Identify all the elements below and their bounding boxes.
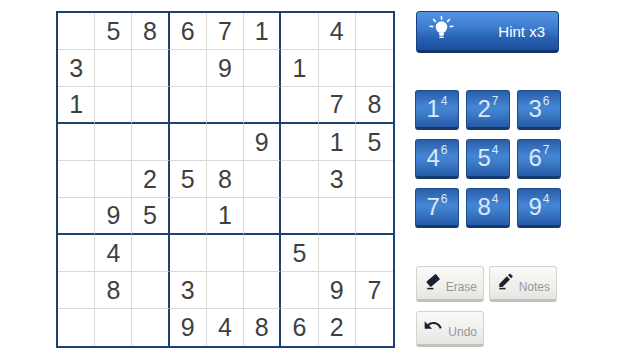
cell-r1c8[interactable]: 4 — [319, 13, 356, 50]
erase-button[interactable]: Erase — [416, 266, 484, 302]
number-pad: 14 27 36 46 54 67 76 84 94 — [415, 90, 561, 228]
numpad-button-1[interactable]: 14 — [415, 90, 459, 130]
cell-r5c3[interactable]: 2 — [132, 161, 169, 198]
cell-r8c2[interactable]: 8 — [95, 272, 132, 309]
cell-r4c8[interactable]: 1 — [319, 124, 356, 161]
numpad-digit: 8 — [477, 195, 490, 219]
cell-r4c4[interactable] — [170, 124, 207, 161]
cell-r9c6[interactable]: 8 — [244, 309, 281, 346]
cell-r5c2[interactable] — [95, 161, 132, 198]
numpad-button-9[interactable]: 94 — [517, 188, 561, 228]
cell-r3c4[interactable] — [170, 87, 207, 124]
pencil-icon — [496, 272, 516, 295]
cell-r2c3[interactable] — [132, 50, 169, 87]
numpad-button-5[interactable]: 54 — [466, 139, 510, 179]
cell-r1c6[interactable]: 1 — [244, 13, 281, 50]
cell-r3c9[interactable]: 8 — [356, 87, 393, 124]
numpad-digit: 3 — [528, 97, 541, 121]
cell-r2c9[interactable] — [356, 50, 393, 87]
numpad-remaining-count: 4 — [492, 193, 499, 205]
cell-r4c2[interactable] — [95, 124, 132, 161]
cell-r5c5[interactable]: 8 — [207, 161, 244, 198]
numpad-digit: 5 — [477, 146, 490, 170]
cell-r6c6[interactable] — [244, 198, 281, 235]
cell-r7c4[interactable] — [170, 235, 207, 272]
cell-r7c9[interactable] — [356, 235, 393, 272]
eraser-icon — [423, 272, 443, 295]
cell-r9c2[interactable] — [95, 309, 132, 346]
cell-r1c3[interactable]: 8 — [132, 13, 169, 50]
cell-r7c8[interactable] — [319, 235, 356, 272]
cell-r2c8[interactable] — [319, 50, 356, 87]
cell-r6c5[interactable]: 1 — [207, 198, 244, 235]
notes-label: Notes — [519, 280, 550, 294]
sudoku-board: 586714391178915258395145839794862 — [56, 11, 395, 348]
cell-r3c5[interactable] — [207, 87, 244, 124]
numpad-button-8[interactable]: 84 — [466, 188, 510, 228]
cell-r6c3[interactable]: 5 — [132, 198, 169, 235]
numpad-digit: 2 — [477, 97, 490, 121]
cell-r5c8[interactable]: 3 — [319, 161, 356, 198]
numpad-button-6[interactable]: 67 — [517, 139, 561, 179]
cell-r8c9[interactable]: 7 — [356, 272, 393, 309]
cell-r5c6[interactable] — [244, 161, 281, 198]
numpad-remaining-count: 6 — [543, 95, 550, 107]
numpad-remaining-count: 7 — [492, 95, 499, 107]
cell-r4c5[interactable] — [207, 124, 244, 161]
cell-r9c9[interactable] — [356, 309, 393, 346]
cell-r4c3[interactable] — [132, 124, 169, 161]
numpad-digit: 1 — [426, 97, 439, 121]
cell-r3c7[interactable] — [281, 87, 318, 124]
numpad-digit: 9 — [528, 195, 541, 219]
undo-arrow-icon — [423, 317, 443, 340]
cell-r2c1[interactable]: 3 — [58, 50, 95, 87]
cell-r6c8[interactable] — [319, 198, 356, 235]
notes-button[interactable]: Notes — [489, 266, 557, 302]
cell-r2c5[interactable]: 9 — [207, 50, 244, 87]
numpad-button-4[interactable]: 46 — [415, 139, 459, 179]
cell-r3c3[interactable] — [132, 87, 169, 124]
cell-r6c2[interactable]: 9 — [95, 198, 132, 235]
cell-r2c4[interactable] — [170, 50, 207, 87]
cell-r1c9[interactable] — [356, 13, 393, 50]
cell-r8c3[interactable] — [132, 272, 169, 309]
cell-r1c2[interactable]: 5 — [95, 13, 132, 50]
numpad-remaining-count: 4 — [441, 95, 448, 107]
cell-r2c6[interactable] — [244, 50, 281, 87]
cell-r9c7[interactable]: 6 — [281, 309, 318, 346]
hint-button[interactable]: Hint x3 — [416, 11, 559, 53]
cell-r7c1[interactable] — [58, 235, 95, 272]
numpad-remaining-count: 4 — [492, 144, 499, 156]
numpad-remaining-count: 4 — [543, 193, 550, 205]
cell-r4c6[interactable]: 9 — [244, 124, 281, 161]
undo-button[interactable]: Undo — [416, 311, 484, 347]
cell-r8c8[interactable]: 9 — [319, 272, 356, 309]
cell-r5c9[interactable] — [356, 161, 393, 198]
cell-r5c1[interactable] — [58, 161, 95, 198]
cell-r3c2[interactable] — [95, 87, 132, 124]
cell-r1c4[interactable]: 6 — [170, 13, 207, 50]
cell-r2c7[interactable]: 1 — [281, 50, 318, 87]
cell-r9c3[interactable] — [132, 309, 169, 346]
cell-r8c6[interactable] — [244, 272, 281, 309]
cell-r6c7[interactable] — [281, 198, 318, 235]
cell-r1c5[interactable]: 7 — [207, 13, 244, 50]
cell-r3c8[interactable]: 7 — [319, 87, 356, 124]
cell-r8c1[interactable] — [58, 272, 95, 309]
cell-r2c2[interactable] — [95, 50, 132, 87]
cell-r1c1[interactable] — [58, 13, 95, 50]
cell-r9c5[interactable]: 4 — [207, 309, 244, 346]
undo-label: Undo — [448, 325, 477, 339]
lightbulb-icon — [428, 16, 455, 46]
numpad-button-3[interactable]: 36 — [517, 90, 561, 130]
cell-r7c5[interactable] — [207, 235, 244, 272]
cell-r7c2[interactable]: 4 — [95, 235, 132, 272]
numpad-remaining-count: 7 — [543, 144, 550, 156]
cell-r4c7[interactable] — [281, 124, 318, 161]
erase-label: Erase — [446, 280, 477, 294]
cell-r4c9[interactable]: 5 — [356, 124, 393, 161]
cell-r1c7[interactable] — [281, 13, 318, 50]
cell-r3c1[interactable]: 1 — [58, 87, 95, 124]
numpad-button-2[interactable]: 27 — [466, 90, 510, 130]
cell-r6c1[interactable] — [58, 198, 95, 235]
cell-r4c1[interactable] — [58, 124, 95, 161]
cell-r3c6[interactable] — [244, 87, 281, 124]
cell-r7c6[interactable] — [244, 235, 281, 272]
cell-r6c9[interactable] — [356, 198, 393, 235]
cell-r8c4[interactable]: 3 — [170, 272, 207, 309]
cell-r6c4[interactable] — [170, 198, 207, 235]
cell-r8c7[interactable] — [281, 272, 318, 309]
cell-r9c8[interactable]: 2 — [319, 309, 356, 346]
cell-r9c4[interactable]: 9 — [170, 309, 207, 346]
cell-r9c1[interactable] — [58, 309, 95, 346]
cell-r7c7[interactable]: 5 — [281, 235, 318, 272]
cell-r5c4[interactable]: 5 — [170, 161, 207, 198]
numpad-digit: 7 — [426, 195, 439, 219]
cell-r5c7[interactable] — [281, 161, 318, 198]
cell-r8c5[interactable] — [207, 272, 244, 309]
numpad-button-7[interactable]: 76 — [415, 188, 459, 228]
numpad-remaining-count: 6 — [441, 144, 448, 156]
hint-label: Hint x3 — [498, 23, 545, 40]
cell-r7c3[interactable] — [132, 235, 169, 272]
sudoku-app: 586714391178915258395145839794862 Hint x… — [0, 0, 640, 360]
numpad-remaining-count: 6 — [441, 193, 448, 205]
numpad-digit: 4 — [426, 146, 439, 170]
numpad-digit: 6 — [528, 146, 541, 170]
